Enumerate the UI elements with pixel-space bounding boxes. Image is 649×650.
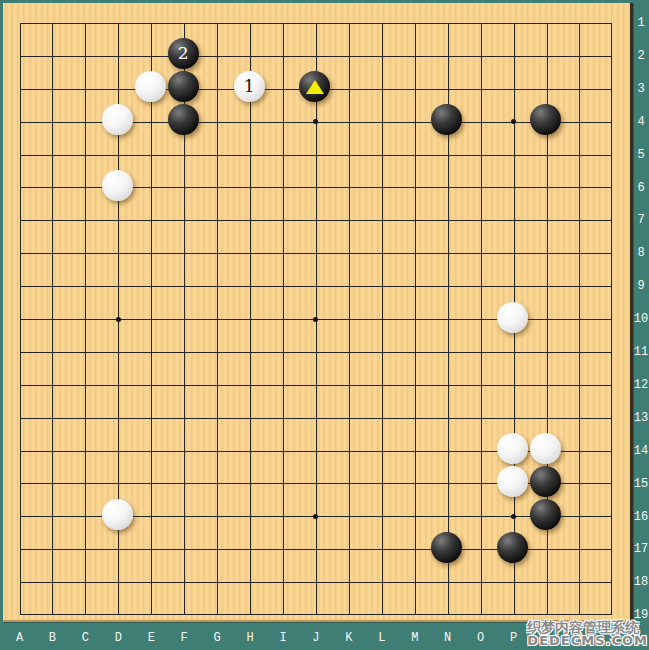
board-cell (579, 122, 612, 155)
black-stone-F2: 2 (168, 38, 199, 69)
board-cell (481, 89, 514, 122)
board-cell (448, 385, 481, 418)
board-cell (20, 418, 53, 451)
board-cell (349, 319, 382, 352)
board-cell (151, 451, 184, 484)
black-stone-N17 (431, 532, 462, 563)
board-cell (250, 220, 283, 253)
board-cell (514, 352, 547, 385)
board-cell (283, 122, 316, 155)
board-cell (184, 155, 217, 188)
board-cell (415, 483, 448, 516)
white-stone-P10 (497, 302, 528, 333)
board-cell (382, 418, 415, 451)
board-cell (579, 89, 612, 122)
board-cell (52, 286, 85, 319)
board-cell (481, 122, 514, 155)
black-stone-P17 (497, 532, 528, 563)
board-cell (382, 385, 415, 418)
board-cell (52, 516, 85, 549)
board-cell (250, 155, 283, 188)
board-cell (547, 286, 580, 319)
board-cell (85, 220, 118, 253)
black-stone-Q16 (530, 499, 561, 530)
board-cell (85, 582, 118, 615)
board-cell (85, 286, 118, 319)
board-cell (448, 155, 481, 188)
board-cell (349, 89, 382, 122)
board-cell (349, 483, 382, 516)
board-cell (283, 187, 316, 220)
white-stone-H3: 1 (234, 71, 265, 102)
board-cell (283, 549, 316, 582)
board-cell (382, 582, 415, 615)
board-cell (118, 220, 151, 253)
board-cell (20, 122, 53, 155)
black-stone-Q4 (530, 104, 561, 135)
board-cell (547, 385, 580, 418)
board-cell (316, 286, 349, 319)
board-cell (217, 187, 250, 220)
board-cell (283, 220, 316, 253)
board-cell (514, 385, 547, 418)
board-cell (250, 385, 283, 418)
board-cell (448, 56, 481, 89)
board-cell (283, 516, 316, 549)
board-cell (52, 89, 85, 122)
black-stone-F3 (168, 71, 199, 102)
board-cell (415, 352, 448, 385)
board-cell (481, 582, 514, 615)
board-cell (382, 155, 415, 188)
board-cell (448, 319, 481, 352)
board-cell (20, 483, 53, 516)
board-cell (481, 385, 514, 418)
column-label-P: P (504, 631, 524, 645)
row-label-9: 9 (633, 279, 649, 293)
board-cell (547, 220, 580, 253)
board-cell (118, 253, 151, 286)
row-label-1: 1 (633, 16, 649, 30)
board-cell (415, 319, 448, 352)
board-cell (316, 352, 349, 385)
board-cell (52, 418, 85, 451)
board-cell (481, 56, 514, 89)
column-label-E: E (141, 631, 161, 645)
board-cell (52, 122, 85, 155)
board-cell (151, 187, 184, 220)
column-label-D: D (108, 631, 128, 645)
board-cell (547, 187, 580, 220)
board-cell (579, 187, 612, 220)
board-cell (382, 549, 415, 582)
board-cell (52, 23, 85, 56)
board-cell (448, 352, 481, 385)
board-cell (20, 220, 53, 253)
board-cell (382, 286, 415, 319)
board-cell (283, 483, 316, 516)
board-cell (283, 319, 316, 352)
board-cell (52, 352, 85, 385)
board-cell (514, 155, 547, 188)
board-cell (20, 385, 53, 418)
white-stone-E3 (135, 71, 166, 102)
board-cell (382, 483, 415, 516)
board-cell (184, 286, 217, 319)
board-cell (579, 220, 612, 253)
board-cell (52, 483, 85, 516)
board-cell (349, 122, 382, 155)
board-cell (349, 451, 382, 484)
board-cell (349, 253, 382, 286)
board-cell (382, 516, 415, 549)
board-cell (217, 451, 250, 484)
board-cell (349, 418, 382, 451)
board-cell (349, 155, 382, 188)
board-cell (52, 451, 85, 484)
row-label-17: 17 (633, 542, 649, 556)
board-cell (217, 253, 250, 286)
board-cell (547, 56, 580, 89)
board-cell (316, 385, 349, 418)
board-cell (448, 187, 481, 220)
column-label-O: O (471, 631, 491, 645)
board-cell (579, 23, 612, 56)
board-cell (151, 286, 184, 319)
board-cell (184, 516, 217, 549)
board-cell (349, 516, 382, 549)
board-cell (415, 155, 448, 188)
board-cell (52, 319, 85, 352)
board-cell (349, 352, 382, 385)
board-cell (85, 549, 118, 582)
row-label-13: 13 (633, 411, 649, 425)
board-cell (382, 451, 415, 484)
board-cell (349, 187, 382, 220)
board-cell (184, 483, 217, 516)
board-cell (547, 23, 580, 56)
board-cell (415, 220, 448, 253)
board-cell (514, 56, 547, 89)
board-cell (217, 319, 250, 352)
white-stone-D4 (102, 104, 133, 135)
board-cell (184, 319, 217, 352)
board-cell (514, 220, 547, 253)
board-cell (184, 418, 217, 451)
board-cell (85, 385, 118, 418)
board-cell (382, 187, 415, 220)
board-cell (250, 286, 283, 319)
row-label-11: 11 (633, 345, 649, 359)
board-cell (415, 418, 448, 451)
watermark-line-1: 织梦内容管理系统 (527, 620, 648, 634)
board-cell (250, 319, 283, 352)
board-cell (514, 187, 547, 220)
board-cell (349, 385, 382, 418)
board-cell (547, 582, 580, 615)
board-cell (547, 549, 580, 582)
board-cell (448, 23, 481, 56)
board-cell (118, 385, 151, 418)
board-cell (184, 253, 217, 286)
board-cell (579, 352, 612, 385)
board-cell (250, 516, 283, 549)
board-cell (20, 23, 53, 56)
board-cell (118, 451, 151, 484)
board-cell (283, 155, 316, 188)
board-cell (283, 23, 316, 56)
board-cell (382, 122, 415, 155)
board-cell (283, 253, 316, 286)
board-cell (151, 483, 184, 516)
board-cell (382, 253, 415, 286)
board-cell (118, 549, 151, 582)
board-cell (316, 23, 349, 56)
board-cell (316, 220, 349, 253)
board-cell (316, 319, 349, 352)
board-cell (151, 418, 184, 451)
board-cell (316, 516, 349, 549)
board-cell (415, 187, 448, 220)
board-cell (349, 23, 382, 56)
board-cell (151, 516, 184, 549)
row-label-5: 5 (633, 148, 649, 162)
board-cell (184, 187, 217, 220)
board-cell (151, 220, 184, 253)
row-label-6: 6 (633, 181, 649, 195)
board-cell (514, 23, 547, 56)
column-label-L: L (372, 631, 392, 645)
row-label-7: 7 (633, 213, 649, 227)
board-cell (52, 56, 85, 89)
board-cell (316, 155, 349, 188)
board-cell (20, 187, 53, 220)
board-cell (217, 122, 250, 155)
board-cell (316, 418, 349, 451)
board-cell (579, 549, 612, 582)
column-label-G: G (207, 631, 227, 645)
board-cell (118, 418, 151, 451)
board-cell (481, 23, 514, 56)
board-cell (250, 122, 283, 155)
board-cell (118, 319, 151, 352)
column-label-J: J (306, 631, 326, 645)
row-label-15: 15 (633, 477, 649, 491)
column-label-C: C (75, 631, 95, 645)
column-label-I: I (273, 631, 293, 645)
board-cell (579, 418, 612, 451)
white-stone-D16 (102, 499, 133, 530)
board-cell (579, 155, 612, 188)
board-cell (349, 582, 382, 615)
star-point (116, 317, 121, 322)
board-cell (283, 352, 316, 385)
board-cell (20, 582, 53, 615)
board-cell (151, 319, 184, 352)
board-cell (349, 220, 382, 253)
board-cell (151, 582, 184, 615)
board-cell (415, 582, 448, 615)
board-cell (382, 319, 415, 352)
board-cell (514, 253, 547, 286)
board-cell (448, 418, 481, 451)
board-cell (316, 451, 349, 484)
board-cell (20, 286, 53, 319)
board-cell (52, 385, 85, 418)
board-cell (184, 451, 217, 484)
board-cell (481, 253, 514, 286)
board-cell (151, 549, 184, 582)
row-label-8: 8 (633, 246, 649, 260)
row-label-14: 14 (633, 444, 649, 458)
board-cell (415, 286, 448, 319)
board-cell (382, 220, 415, 253)
board-cell (52, 582, 85, 615)
board-cell (85, 56, 118, 89)
board-cell (415, 385, 448, 418)
board-cell (151, 352, 184, 385)
board-cell (579, 582, 612, 615)
row-label-12: 12 (633, 378, 649, 392)
board-cell (184, 220, 217, 253)
board-cell (52, 220, 85, 253)
board-cell (547, 319, 580, 352)
board-cell (481, 220, 514, 253)
board-cell (85, 23, 118, 56)
black-stone-Q15 (530, 466, 561, 497)
board-cell (283, 385, 316, 418)
board-cell (85, 451, 118, 484)
board-cell (20, 56, 53, 89)
board-cell (20, 549, 53, 582)
board-cell (250, 187, 283, 220)
board-cell (448, 286, 481, 319)
black-stone-F4 (168, 104, 199, 135)
board-cell (448, 220, 481, 253)
board-cell (283, 451, 316, 484)
row-label-18: 18 (633, 575, 649, 589)
column-label-A: A (10, 631, 30, 645)
board-cell (52, 549, 85, 582)
board-cell (579, 516, 612, 549)
board-cell (217, 516, 250, 549)
white-stone-Q14 (530, 433, 561, 464)
board-cell (52, 155, 85, 188)
board-cell (514, 582, 547, 615)
board-cell (415, 56, 448, 89)
board-cell (316, 582, 349, 615)
board-cell (151, 155, 184, 188)
board-cell (415, 23, 448, 56)
board-cell (481, 187, 514, 220)
board-cell (250, 253, 283, 286)
board-cell (20, 451, 53, 484)
board-cell (250, 483, 283, 516)
board-cell (250, 582, 283, 615)
board-cell (547, 352, 580, 385)
board-cell (579, 253, 612, 286)
board-cell (382, 89, 415, 122)
white-stone-P15 (497, 466, 528, 497)
board-cell (579, 483, 612, 516)
board-cell (217, 549, 250, 582)
board-cell (184, 549, 217, 582)
board-cell (184, 352, 217, 385)
board-cell (85, 253, 118, 286)
board-cell (316, 187, 349, 220)
board-cell (250, 451, 283, 484)
board-cell (283, 582, 316, 615)
triangle-mark-icon (306, 80, 324, 94)
board-cell (217, 385, 250, 418)
board-cell (382, 352, 415, 385)
board-cell (283, 418, 316, 451)
board-cell (151, 253, 184, 286)
board-cell (20, 253, 53, 286)
column-label-B: B (42, 631, 62, 645)
move-number-label: 2 (178, 45, 189, 62)
board-cell (481, 155, 514, 188)
board-cell (579, 319, 612, 352)
board-cell (250, 549, 283, 582)
column-label-M: M (405, 631, 425, 645)
board-cell (217, 286, 250, 319)
board-cell (217, 220, 250, 253)
move-number-label: 1 (244, 78, 255, 95)
column-label-K: K (339, 631, 359, 645)
row-label-4: 4 (633, 115, 649, 129)
board-cell (316, 122, 349, 155)
column-label-H: H (240, 631, 260, 645)
board-cell (579, 451, 612, 484)
board-cell (217, 155, 250, 188)
watermark: 织梦内容管理系统 DEDECMS.COM (527, 620, 648, 647)
board-cell (85, 418, 118, 451)
board-cell (20, 89, 53, 122)
board-cell (217, 23, 250, 56)
column-label-F: F (174, 631, 194, 645)
board-cell (151, 385, 184, 418)
board-cell (547, 253, 580, 286)
board-cell (448, 483, 481, 516)
row-label-10: 10 (633, 312, 649, 326)
board-cell (579, 385, 612, 418)
column-label-N: N (438, 631, 458, 645)
board-cell (415, 451, 448, 484)
board-cell (85, 352, 118, 385)
board-cell (85, 319, 118, 352)
board-cell (118, 352, 151, 385)
board-cell (349, 56, 382, 89)
row-label-16: 16 (633, 510, 649, 524)
board-cell (316, 253, 349, 286)
board-cell (250, 352, 283, 385)
board-cell (579, 56, 612, 89)
board-cell (579, 286, 612, 319)
board-cell (184, 385, 217, 418)
board-cell (217, 483, 250, 516)
board-cell (118, 23, 151, 56)
board-cell (283, 286, 316, 319)
board-cell (250, 23, 283, 56)
board-cell (217, 582, 250, 615)
board-cell (217, 352, 250, 385)
watermark-line-2: DEDECMS.COM (527, 634, 648, 647)
board-cell (382, 56, 415, 89)
board-cell (481, 352, 514, 385)
board-cell (415, 253, 448, 286)
board-cell (217, 418, 250, 451)
